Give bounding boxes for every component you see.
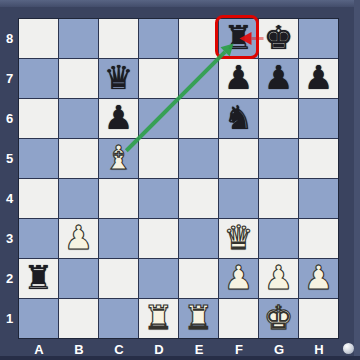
- black-pawn[interactable]: ♟: [264, 61, 294, 94]
- black-rook[interactable]: ♜: [224, 21, 254, 54]
- square-g7[interactable]: ♟: [259, 59, 298, 98]
- square-f1[interactable]: [219, 299, 258, 338]
- square-f3[interactable]: ♛: [219, 219, 258, 258]
- frame-bevel-top: [0, 0, 360, 7]
- square-g8[interactable]: ♚: [259, 19, 298, 58]
- file-label-h: H: [299, 339, 339, 360]
- square-b7[interactable]: [59, 59, 98, 98]
- square-a6[interactable]: [19, 99, 58, 138]
- square-e6[interactable]: [179, 99, 218, 138]
- square-h6[interactable]: [299, 99, 338, 138]
- square-a5[interactable]: [19, 139, 58, 178]
- square-h2[interactable]: ♟: [299, 259, 338, 298]
- file-label-d: D: [139, 339, 179, 360]
- square-f8[interactable]: ♜: [219, 19, 258, 58]
- square-e1[interactable]: ♜: [179, 299, 218, 338]
- square-g6[interactable]: [259, 99, 298, 138]
- square-c7[interactable]: ♛: [99, 59, 138, 98]
- square-a1[interactable]: [19, 299, 58, 338]
- file-label-f: F: [219, 339, 259, 360]
- rank-label-6: 6: [0, 99, 19, 139]
- square-d4[interactable]: [139, 179, 178, 218]
- rank-label-1: 1: [0, 299, 19, 339]
- rank-label-5: 5: [0, 139, 19, 179]
- white-rook[interactable]: ♜: [144, 301, 174, 334]
- white-bishop[interactable]: ♝: [104, 141, 134, 174]
- square-c4[interactable]: [99, 179, 138, 218]
- rank-label-4: 4: [0, 179, 19, 219]
- square-c8[interactable]: [99, 19, 138, 58]
- file-label-a: A: [19, 339, 59, 360]
- square-b3[interactable]: ♟: [59, 219, 98, 258]
- square-b8[interactable]: [59, 19, 98, 58]
- square-e7[interactable]: [179, 59, 218, 98]
- square-d7[interactable]: [139, 59, 178, 98]
- square-e2[interactable]: [179, 259, 218, 298]
- rank-label-2: 2: [0, 259, 19, 299]
- rank-label-8: 8: [0, 19, 19, 59]
- square-f7[interactable]: ♟: [219, 59, 258, 98]
- rank-labels: 87654321: [0, 19, 19, 339]
- file-label-c: C: [99, 339, 139, 360]
- white-queen[interactable]: ♛: [224, 221, 254, 254]
- square-b1[interactable]: [59, 299, 98, 338]
- square-c2[interactable]: [99, 259, 138, 298]
- square-g5[interactable]: [259, 139, 298, 178]
- file-labels: ABCDEFGH: [19, 339, 339, 360]
- rank-label-3: 3: [0, 219, 19, 259]
- square-d6[interactable]: [139, 99, 178, 138]
- white-pawn[interactable]: ♟: [264, 261, 294, 294]
- square-c6[interactable]: ♟: [99, 99, 138, 138]
- black-pawn[interactable]: ♟: [104, 101, 134, 134]
- black-pawn[interactable]: ♟: [304, 61, 334, 94]
- white-king[interactable]: ♚: [264, 301, 294, 334]
- square-b6[interactable]: [59, 99, 98, 138]
- square-f5[interactable]: [219, 139, 258, 178]
- square-h1[interactable]: [299, 299, 338, 338]
- white-rook[interactable]: ♜: [184, 301, 214, 334]
- square-b4[interactable]: [59, 179, 98, 218]
- black-king[interactable]: ♚: [264, 21, 294, 54]
- square-d2[interactable]: [139, 259, 178, 298]
- frame-bevel-right: [354, 0, 360, 360]
- square-f2[interactable]: ♟: [219, 259, 258, 298]
- black-pawn[interactable]: ♟: [224, 61, 254, 94]
- square-a3[interactable]: [19, 219, 58, 258]
- file-label-b: B: [59, 339, 99, 360]
- square-e5[interactable]: [179, 139, 218, 178]
- square-f6[interactable]: ♞: [219, 99, 258, 138]
- square-f4[interactable]: [219, 179, 258, 218]
- white-pawn[interactable]: ♟: [304, 261, 334, 294]
- square-b2[interactable]: [59, 259, 98, 298]
- square-d8[interactable]: [139, 19, 178, 58]
- square-d3[interactable]: [139, 219, 178, 258]
- chess-board-frame: 87654321 ABCDEFGH ♜♚♛♟♟♟♟♞♝♟♛♜♟♟♟♜♜♚: [0, 0, 360, 360]
- square-h4[interactable]: [299, 179, 338, 218]
- black-knight[interactable]: ♞: [224, 101, 254, 134]
- square-e8[interactable]: [179, 19, 218, 58]
- square-d5[interactable]: [139, 139, 178, 178]
- square-a8[interactable]: [19, 19, 58, 58]
- square-h3[interactable]: [299, 219, 338, 258]
- rank-label-7: 7: [0, 59, 19, 99]
- square-h8[interactable]: [299, 19, 338, 58]
- square-g2[interactable]: ♟: [259, 259, 298, 298]
- square-h7[interactable]: ♟: [299, 59, 338, 98]
- black-rook[interactable]: ♜: [24, 261, 54, 294]
- square-e4[interactable]: [179, 179, 218, 218]
- square-g4[interactable]: [259, 179, 298, 218]
- board: ♜♚♛♟♟♟♟♞♝♟♛♜♟♟♟♜♜♚: [19, 19, 338, 338]
- square-a2[interactable]: ♜: [19, 259, 58, 298]
- square-a4[interactable]: [19, 179, 58, 218]
- square-c3[interactable]: [99, 219, 138, 258]
- square-c1[interactable]: [99, 299, 138, 338]
- square-d1[interactable]: ♜: [139, 299, 178, 338]
- square-b5[interactable]: [59, 139, 98, 178]
- white-pawn[interactable]: ♟: [224, 261, 254, 294]
- file-label-e: E: [179, 339, 219, 360]
- square-g1[interactable]: ♚: [259, 299, 298, 338]
- square-h5[interactable]: [299, 139, 338, 178]
- corner-ball-icon: [343, 343, 354, 354]
- black-queen[interactable]: ♛: [104, 61, 134, 94]
- white-pawn[interactable]: ♟: [64, 221, 94, 254]
- file-label-g: G: [259, 339, 299, 360]
- square-e3[interactable]: [179, 219, 218, 258]
- square-g3[interactable]: [259, 219, 298, 258]
- square-c5[interactable]: ♝: [99, 139, 138, 178]
- square-a7[interactable]: [19, 59, 58, 98]
